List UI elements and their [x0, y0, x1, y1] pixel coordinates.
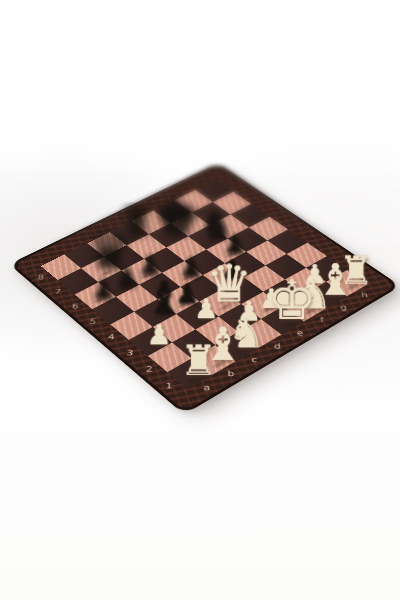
- photo-scene: abcdefgh 12345678 ♜♛♚♟♟♟♞♟♟♝♟♟♟♟♛♟♟♟♜♝♞♚…: [0, 0, 400, 600]
- chess-board: abcdefgh 12345678 ♜♛♚♟♟♟♞♟♟♝♟♟♟♟♛♟♟♟♜♝♞♚…: [9, 163, 400, 415]
- white-rook-a1: ♜: [172, 340, 226, 382]
- white-king-e1: ♚: [266, 273, 317, 327]
- black-pawn-a6: ♟: [79, 276, 129, 303]
- rank-label-8: 8: [30, 268, 53, 286]
- board-grid: ♜♛♚♟♟♟♞♟♟♝♟♟♟♟♛♟♟♟♜♝♞♚♞♝♜: [41, 180, 368, 389]
- square-a1: ♜: [168, 359, 212, 390]
